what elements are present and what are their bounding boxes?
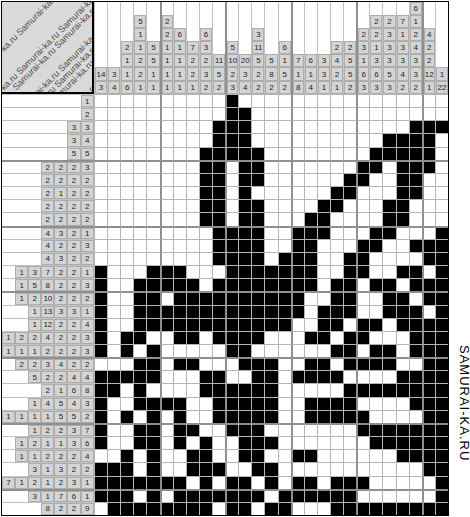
grid-cell[interactable] xyxy=(146,502,159,515)
grid-cell[interactable] xyxy=(278,199,291,212)
grid-cell[interactable] xyxy=(133,278,146,291)
grid-cell[interactable] xyxy=(146,397,159,410)
grid-cell[interactable] xyxy=(330,173,343,186)
grid-cell[interactable] xyxy=(173,449,186,462)
grid-cell[interactable] xyxy=(382,107,395,120)
grid-cell[interactable] xyxy=(173,265,186,278)
grid-cell[interactable] xyxy=(146,344,159,357)
grid-cell[interactable] xyxy=(94,199,107,212)
grid-cell[interactable] xyxy=(409,120,422,133)
grid-cell[interactable] xyxy=(173,344,186,357)
grid-cell[interactable] xyxy=(330,107,343,120)
grid-cell[interactable] xyxy=(146,357,159,370)
grid-cell[interactable] xyxy=(291,344,304,357)
grid-cell[interactable] xyxy=(173,199,186,212)
grid-cell[interactable] xyxy=(396,212,409,225)
grid-cell[interactable] xyxy=(160,476,173,489)
grid-cell[interactable] xyxy=(291,305,304,318)
grid-cell[interactable] xyxy=(396,94,409,107)
grid-cell[interactable] xyxy=(120,397,133,410)
grid-cell[interactable] xyxy=(369,489,382,502)
grid-cell[interactable] xyxy=(264,291,277,304)
grid-cell[interactable] xyxy=(199,502,212,515)
grid-cell[interactable] xyxy=(435,147,448,160)
grid-cell[interactable] xyxy=(264,133,277,146)
grid-cell[interactable] xyxy=(278,370,291,383)
grid-cell[interactable] xyxy=(107,186,120,199)
grid-cell[interactable] xyxy=(251,252,264,265)
grid-cell[interactable] xyxy=(107,252,120,265)
grid-cell[interactable] xyxy=(160,344,173,357)
grid-cell[interactable] xyxy=(264,331,277,344)
grid-cell[interactable] xyxy=(173,476,186,489)
grid-cell[interactable] xyxy=(343,489,356,502)
grid-cell[interactable] xyxy=(264,107,277,120)
grid-cell[interactable] xyxy=(382,186,395,199)
grid-cell[interactable] xyxy=(146,423,159,436)
grid-cell[interactable] xyxy=(278,147,291,160)
grid-cell[interactable] xyxy=(133,173,146,186)
grid-cell[interactable] xyxy=(133,107,146,120)
grid-cell[interactable] xyxy=(160,423,173,436)
grid-cell[interactable] xyxy=(435,173,448,186)
grid-cell[interactable] xyxy=(278,383,291,396)
grid-cell[interactable] xyxy=(238,94,251,107)
grid-cell[interactable] xyxy=(146,160,159,173)
grid-cell[interactable] xyxy=(173,133,186,146)
grid-cell[interactable] xyxy=(238,226,251,239)
grid-cell[interactable] xyxy=(199,226,212,239)
grid-cell[interactable] xyxy=(160,489,173,502)
grid-cell[interactable] xyxy=(382,370,395,383)
grid-cell[interactable] xyxy=(343,226,356,239)
grid-cell[interactable] xyxy=(278,252,291,265)
grid-cell[interactable] xyxy=(107,489,120,502)
grid-cell[interactable] xyxy=(160,397,173,410)
grid-cell[interactable] xyxy=(264,160,277,173)
grid-cell[interactable] xyxy=(422,423,435,436)
grid-cell[interactable] xyxy=(369,331,382,344)
grid-cell[interactable] xyxy=(264,239,277,252)
grid-cell[interactable] xyxy=(435,410,448,423)
grid-cell[interactable] xyxy=(409,476,422,489)
grid-cell[interactable] xyxy=(225,489,238,502)
grid-cell[interactable] xyxy=(304,449,317,462)
grid-cell[interactable] xyxy=(133,436,146,449)
grid-cell[interactable] xyxy=(343,94,356,107)
grid-cell[interactable] xyxy=(120,186,133,199)
grid-cell[interactable] xyxy=(173,397,186,410)
grid-cell[interactable] xyxy=(107,476,120,489)
grid-cell[interactable] xyxy=(212,331,225,344)
grid-cell[interactable] xyxy=(304,305,317,318)
grid-cell[interactable] xyxy=(133,462,146,475)
grid-cell[interactable] xyxy=(382,265,395,278)
grid-cell[interactable] xyxy=(199,305,212,318)
grid-cell[interactable] xyxy=(264,383,277,396)
grid-cell[interactable] xyxy=(212,252,225,265)
grid-cell[interactable] xyxy=(133,502,146,515)
grid-cell[interactable] xyxy=(422,344,435,357)
grid-cell[interactable] xyxy=(356,107,369,120)
grid-cell[interactable] xyxy=(160,94,173,107)
grid-cell[interactable] xyxy=(409,291,422,304)
grid-cell[interactable] xyxy=(225,186,238,199)
grid-cell[interactable] xyxy=(356,239,369,252)
grid-cell[interactable] xyxy=(94,449,107,462)
grid-cell[interactable] xyxy=(396,305,409,318)
grid-cell[interactable] xyxy=(422,410,435,423)
grid-cell[interactable] xyxy=(409,199,422,212)
grid-cell[interactable] xyxy=(173,212,186,225)
grid-cell[interactable] xyxy=(422,502,435,515)
grid-cell[interactable] xyxy=(212,423,225,436)
grid-cell[interactable] xyxy=(330,160,343,173)
grid-cell[interactable] xyxy=(317,462,330,475)
grid-cell[interactable] xyxy=(304,476,317,489)
grid-cell[interactable] xyxy=(356,318,369,331)
grid-cell[interactable] xyxy=(382,449,395,462)
grid-cell[interactable] xyxy=(146,305,159,318)
grid-cell[interactable] xyxy=(330,331,343,344)
grid-cell[interactable] xyxy=(133,449,146,462)
grid-cell[interactable] xyxy=(251,173,264,186)
grid-cell[interactable] xyxy=(343,160,356,173)
grid-cell[interactable] xyxy=(356,199,369,212)
grid-cell[interactable] xyxy=(94,147,107,160)
grid-cell[interactable] xyxy=(146,120,159,133)
grid-cell[interactable] xyxy=(409,278,422,291)
grid-cell[interactable] xyxy=(251,305,264,318)
grid-cell[interactable] xyxy=(435,186,448,199)
grid-cell[interactable] xyxy=(304,410,317,423)
grid-cell[interactable] xyxy=(317,318,330,331)
grid-cell[interactable] xyxy=(251,291,264,304)
grid-cell[interactable] xyxy=(186,278,199,291)
grid-cell[interactable] xyxy=(146,147,159,160)
grid-cell[interactable] xyxy=(251,199,264,212)
grid-cell[interactable] xyxy=(369,239,382,252)
grid-cell[interactable] xyxy=(278,423,291,436)
grid-cell[interactable] xyxy=(409,344,422,357)
grid-cell[interactable] xyxy=(94,436,107,449)
grid-cell[interactable] xyxy=(409,397,422,410)
grid-cell[interactable] xyxy=(304,147,317,160)
grid-cell[interactable] xyxy=(133,265,146,278)
grid-cell[interactable] xyxy=(251,383,264,396)
grid-cell[interactable] xyxy=(264,397,277,410)
grid-cell[interactable] xyxy=(238,252,251,265)
grid-cell[interactable] xyxy=(409,186,422,199)
grid-cell[interactable] xyxy=(382,423,395,436)
grid-cell[interactable] xyxy=(304,278,317,291)
grid-cell[interactable] xyxy=(264,449,277,462)
grid-cell[interactable] xyxy=(409,462,422,475)
grid-cell[interactable] xyxy=(146,410,159,423)
grid-cell[interactable] xyxy=(264,410,277,423)
grid-cell[interactable] xyxy=(173,160,186,173)
grid-cell[interactable] xyxy=(173,147,186,160)
grid-cell[interactable] xyxy=(94,370,107,383)
grid-cell[interactable] xyxy=(304,436,317,449)
grid-cell[interactable] xyxy=(146,278,159,291)
grid-cell[interactable] xyxy=(186,436,199,449)
grid-cell[interactable] xyxy=(356,436,369,449)
grid-cell[interactable] xyxy=(120,410,133,423)
grid-cell[interactable] xyxy=(212,120,225,133)
grid-cell[interactable] xyxy=(238,489,251,502)
grid-cell[interactable] xyxy=(264,476,277,489)
grid-cell[interactable] xyxy=(146,462,159,475)
grid-cell[interactable] xyxy=(369,265,382,278)
grid-cell[interactable] xyxy=(330,147,343,160)
grid-cell[interactable] xyxy=(409,94,422,107)
grid-cell[interactable] xyxy=(409,133,422,146)
grid-cell[interactable] xyxy=(264,212,277,225)
grid-cell[interactable] xyxy=(304,331,317,344)
grid-cell[interactable] xyxy=(212,462,225,475)
grid-cell[interactable] xyxy=(94,239,107,252)
grid-cell[interactable] xyxy=(212,305,225,318)
grid-cell[interactable] xyxy=(186,331,199,344)
grid-cell[interactable] xyxy=(238,344,251,357)
grid-cell[interactable] xyxy=(435,278,448,291)
grid-cell[interactable] xyxy=(94,120,107,133)
grid-cell[interactable] xyxy=(133,226,146,239)
grid-cell[interactable] xyxy=(343,278,356,291)
grid-cell[interactable] xyxy=(186,397,199,410)
grid-cell[interactable] xyxy=(264,502,277,515)
grid-cell[interactable] xyxy=(160,357,173,370)
grid-cell[interactable] xyxy=(422,331,435,344)
grid-cell[interactable] xyxy=(173,331,186,344)
grid-cell[interactable] xyxy=(343,502,356,515)
grid-cell[interactable] xyxy=(291,462,304,475)
grid-cell[interactable] xyxy=(120,94,133,107)
grid-cell[interactable] xyxy=(369,305,382,318)
grid-cell[interactable] xyxy=(212,449,225,462)
grid-cell[interactable] xyxy=(238,291,251,304)
grid-cell[interactable] xyxy=(238,212,251,225)
grid-cell[interactable] xyxy=(94,160,107,173)
grid-cell[interactable] xyxy=(422,278,435,291)
grid-cell[interactable] xyxy=(133,489,146,502)
grid-cell[interactable] xyxy=(146,133,159,146)
grid-cell[interactable] xyxy=(160,252,173,265)
grid-cell[interactable] xyxy=(291,291,304,304)
grid-cell[interactable] xyxy=(133,344,146,357)
grid-cell[interactable] xyxy=(199,133,212,146)
grid-cell[interactable] xyxy=(264,489,277,502)
grid-cell[interactable] xyxy=(225,133,238,146)
grid-cell[interactable] xyxy=(409,265,422,278)
grid-cell[interactable] xyxy=(225,305,238,318)
grid-cell[interactable] xyxy=(133,318,146,331)
grid-cell[interactable] xyxy=(212,318,225,331)
grid-cell[interactable] xyxy=(382,120,395,133)
grid-cell[interactable] xyxy=(435,94,448,107)
grid-cell[interactable] xyxy=(382,173,395,186)
grid-cell[interactable] xyxy=(186,344,199,357)
grid-cell[interactable] xyxy=(278,212,291,225)
grid-cell[interactable] xyxy=(120,502,133,515)
grid-cell[interactable] xyxy=(120,489,133,502)
grid-cell[interactable] xyxy=(94,383,107,396)
grid-cell[interactable] xyxy=(304,239,317,252)
grid-cell[interactable] xyxy=(173,318,186,331)
grid-cell[interactable] xyxy=(107,502,120,515)
grid-cell[interactable] xyxy=(435,318,448,331)
grid-cell[interactable] xyxy=(107,226,120,239)
grid-cell[interactable] xyxy=(173,489,186,502)
grid-cell[interactable] xyxy=(146,107,159,120)
grid-cell[interactable] xyxy=(317,278,330,291)
grid-cell[interactable] xyxy=(409,370,422,383)
grid-cell[interactable] xyxy=(396,160,409,173)
grid-cell[interactable] xyxy=(160,107,173,120)
grid-cell[interactable] xyxy=(396,318,409,331)
grid-cell[interactable] xyxy=(120,278,133,291)
grid-cell[interactable] xyxy=(199,94,212,107)
grid-cell[interactable] xyxy=(186,462,199,475)
grid-cell[interactable] xyxy=(435,436,448,449)
grid-cell[interactable] xyxy=(317,120,330,133)
grid-cell[interactable] xyxy=(304,186,317,199)
grid-cell[interactable] xyxy=(94,502,107,515)
grid-cell[interactable] xyxy=(356,476,369,489)
grid-cell[interactable] xyxy=(146,94,159,107)
grid-cell[interactable] xyxy=(409,252,422,265)
grid-cell[interactable] xyxy=(251,344,264,357)
grid-cell[interactable] xyxy=(120,265,133,278)
grid-cell[interactable] xyxy=(251,94,264,107)
grid-cell[interactable] xyxy=(435,423,448,436)
grid-cell[interactable] xyxy=(173,94,186,107)
grid-cell[interactable] xyxy=(238,449,251,462)
grid-cell[interactable] xyxy=(120,476,133,489)
grid-cell[interactable] xyxy=(304,173,317,186)
grid-cell[interactable] xyxy=(317,186,330,199)
grid-cell[interactable] xyxy=(264,252,277,265)
grid-cell[interactable] xyxy=(356,278,369,291)
grid-cell[interactable] xyxy=(343,133,356,146)
grid-cell[interactable] xyxy=(278,173,291,186)
grid-cell[interactable] xyxy=(330,226,343,239)
grid-cell[interactable] xyxy=(225,423,238,436)
grid-cell[interactable] xyxy=(173,423,186,436)
grid-cell[interactable] xyxy=(120,383,133,396)
grid-cell[interactable] xyxy=(238,436,251,449)
grid-cell[interactable] xyxy=(173,305,186,318)
grid-cell[interactable] xyxy=(435,120,448,133)
grid-cell[interactable] xyxy=(396,397,409,410)
grid-cell[interactable] xyxy=(264,370,277,383)
grid-cell[interactable] xyxy=(330,423,343,436)
grid-cell[interactable] xyxy=(330,489,343,502)
grid-cell[interactable] xyxy=(291,147,304,160)
grid-cell[interactable] xyxy=(435,489,448,502)
grid-cell[interactable] xyxy=(133,331,146,344)
grid-cell[interactable] xyxy=(212,357,225,370)
grid-cell[interactable] xyxy=(160,462,173,475)
grid-cell[interactable] xyxy=(409,318,422,331)
grid-cell[interactable] xyxy=(382,318,395,331)
grid-cell[interactable] xyxy=(422,291,435,304)
grid-cell[interactable] xyxy=(435,199,448,212)
grid-cell[interactable] xyxy=(238,107,251,120)
grid-cell[interactable] xyxy=(225,357,238,370)
grid-cell[interactable] xyxy=(146,199,159,212)
grid-cell[interactable] xyxy=(120,107,133,120)
grid-cell[interactable] xyxy=(173,357,186,370)
grid-cell[interactable] xyxy=(107,357,120,370)
grid-cell[interactable] xyxy=(186,357,199,370)
grid-cell[interactable] xyxy=(369,278,382,291)
grid-cell[interactable] xyxy=(146,436,159,449)
grid-cell[interactable] xyxy=(291,397,304,410)
grid-cell[interactable] xyxy=(356,94,369,107)
grid-cell[interactable] xyxy=(225,502,238,515)
grid-cell[interactable] xyxy=(382,436,395,449)
grid-cell[interactable] xyxy=(107,94,120,107)
grid-cell[interactable] xyxy=(107,160,120,173)
grid-cell[interactable] xyxy=(382,160,395,173)
grid-cell[interactable] xyxy=(369,291,382,304)
grid-cell[interactable] xyxy=(278,476,291,489)
grid-cell[interactable] xyxy=(251,226,264,239)
grid-cell[interactable] xyxy=(251,370,264,383)
grid-cell[interactable] xyxy=(278,278,291,291)
grid-cell[interactable] xyxy=(238,160,251,173)
grid-cell[interactable] xyxy=(422,397,435,410)
grid-cell[interactable] xyxy=(212,344,225,357)
grid-cell[interactable] xyxy=(291,318,304,331)
grid-cell[interactable] xyxy=(304,94,317,107)
grid-cell[interactable] xyxy=(251,397,264,410)
grid-cell[interactable] xyxy=(212,278,225,291)
grid-cell[interactable] xyxy=(186,160,199,173)
grid-cell[interactable] xyxy=(422,357,435,370)
grid-cell[interactable] xyxy=(278,265,291,278)
grid-cell[interactable] xyxy=(382,383,395,396)
grid-cell[interactable] xyxy=(251,489,264,502)
grid-cell[interactable] xyxy=(422,226,435,239)
grid-cell[interactable] xyxy=(304,357,317,370)
grid-cell[interactable] xyxy=(304,344,317,357)
grid-cell[interactable] xyxy=(396,449,409,462)
grid-cell[interactable] xyxy=(330,120,343,133)
grid-cell[interactable] xyxy=(160,120,173,133)
grid-cell[interactable] xyxy=(422,449,435,462)
grid-cell[interactable] xyxy=(317,160,330,173)
grid-cell[interactable] xyxy=(369,186,382,199)
grid-cell[interactable] xyxy=(199,212,212,225)
grid-cell[interactable] xyxy=(291,239,304,252)
grid-cell[interactable] xyxy=(199,147,212,160)
grid-cell[interactable] xyxy=(160,160,173,173)
grid-cell[interactable] xyxy=(369,397,382,410)
grid-cell[interactable] xyxy=(186,239,199,252)
grid-cell[interactable] xyxy=(396,120,409,133)
grid-cell[interactable] xyxy=(173,502,186,515)
grid-cell[interactable] xyxy=(304,397,317,410)
grid-cell[interactable] xyxy=(186,212,199,225)
grid-cell[interactable] xyxy=(186,305,199,318)
grid-cell[interactable] xyxy=(146,489,159,502)
grid-cell[interactable] xyxy=(160,199,173,212)
grid-cell[interactable] xyxy=(94,212,107,225)
grid-cell[interactable] xyxy=(251,147,264,160)
